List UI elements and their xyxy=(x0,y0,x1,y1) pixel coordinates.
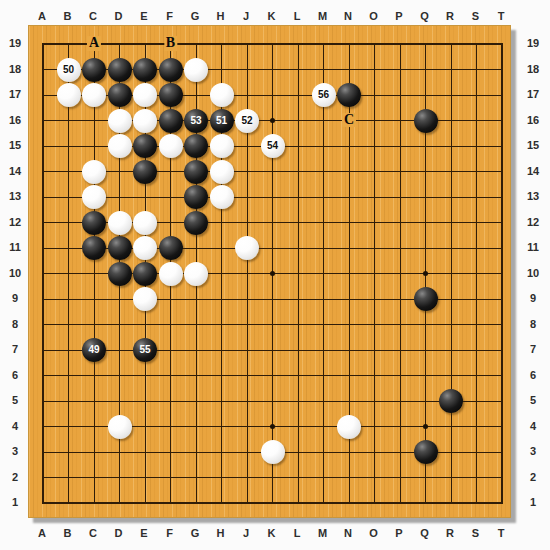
grid-line-horizontal xyxy=(42,375,503,376)
board-annotation-a: A xyxy=(87,36,101,51)
coord-label-left-2: 2 xyxy=(12,471,18,483)
stone-black-G12[interactable] xyxy=(184,211,208,235)
move-number: 49 xyxy=(88,345,99,355)
coord-label-right-7: 7 xyxy=(530,343,536,355)
coord-label-right-10: 10 xyxy=(527,267,539,279)
stone-black-Q3[interactable] xyxy=(414,440,438,464)
coord-label-left-4: 4 xyxy=(12,420,18,432)
coord-label-right-8: 8 xyxy=(530,318,536,330)
stone-black-G14[interactable] xyxy=(184,160,208,184)
move-number: 50 xyxy=(63,65,74,75)
coord-label-left-7: 7 xyxy=(12,343,18,355)
move-number: 53 xyxy=(190,116,201,126)
stone-black-D11[interactable] xyxy=(108,236,132,260)
coord-label-left-19: 19 xyxy=(9,37,21,49)
coord-label-left-11: 11 xyxy=(9,241,21,253)
coord-label-left-8: 8 xyxy=(12,318,18,330)
stone-white-C14[interactable] xyxy=(82,160,106,184)
coord-label-top-P: P xyxy=(395,10,402,22)
coord-label-right-14: 14 xyxy=(527,165,539,177)
stone-white-N4[interactable] xyxy=(337,415,361,439)
coord-label-bottom-H: H xyxy=(217,527,225,539)
star-point xyxy=(270,118,275,123)
stone-black-D10[interactable] xyxy=(108,262,132,286)
coord-label-bottom-K: K xyxy=(268,527,276,539)
grid-line-horizontal xyxy=(42,502,503,504)
star-point xyxy=(270,424,275,429)
stone-white-D12[interactable] xyxy=(108,211,132,235)
coord-label-right-5: 5 xyxy=(530,394,536,406)
coord-label-top-C: C xyxy=(89,10,97,22)
stone-white-D16[interactable] xyxy=(108,109,132,133)
stone-black-D17[interactable] xyxy=(108,83,132,107)
move-number: 52 xyxy=(241,116,252,126)
stone-black-H16[interactable]: 51 xyxy=(210,109,234,133)
stone-white-F15[interactable] xyxy=(159,134,183,158)
grid-line-horizontal xyxy=(42,324,503,325)
stone-black-Q9[interactable] xyxy=(414,287,438,311)
coord-label-top-S: S xyxy=(472,10,479,22)
stone-white-D4[interactable] xyxy=(108,415,132,439)
stone-black-G15[interactable] xyxy=(184,134,208,158)
stone-black-R5[interactable] xyxy=(439,389,463,413)
coord-label-right-18: 18 xyxy=(527,63,539,75)
stone-white-M17[interactable]: 56 xyxy=(312,83,336,107)
coord-label-bottom-A: A xyxy=(38,527,46,539)
stone-black-Q16[interactable] xyxy=(414,109,438,133)
stone-black-D18[interactable] xyxy=(108,58,132,82)
coord-label-left-9: 9 xyxy=(12,292,18,304)
stone-white-E11[interactable] xyxy=(133,236,157,260)
stone-white-C17[interactable] xyxy=(82,83,106,107)
coord-label-bottom-Q: Q xyxy=(420,527,429,539)
coord-label-top-J: J xyxy=(243,10,249,22)
coord-label-right-3: 3 xyxy=(530,445,536,457)
stone-white-H17[interactable] xyxy=(210,83,234,107)
star-point xyxy=(423,271,428,276)
coord-label-bottom-L: L xyxy=(294,527,301,539)
grid-line-vertical xyxy=(374,43,375,504)
move-number: 54 xyxy=(267,141,278,151)
coord-label-left-5: 5 xyxy=(12,394,18,406)
coord-label-right-19: 19 xyxy=(527,37,539,49)
stone-black-E18[interactable] xyxy=(133,58,157,82)
coord-label-left-15: 15 xyxy=(9,139,21,151)
coord-label-top-M: M xyxy=(318,10,327,22)
move-number: 56 xyxy=(318,90,329,100)
coord-label-right-12: 12 xyxy=(527,216,539,228)
coord-label-left-3: 3 xyxy=(12,445,18,457)
stone-white-B18[interactable]: 50 xyxy=(57,58,81,82)
coord-label-bottom-B: B xyxy=(64,527,72,539)
stone-white-K3[interactable] xyxy=(261,440,285,464)
grid-line-vertical xyxy=(298,43,299,504)
coord-label-top-G: G xyxy=(191,10,200,22)
stone-black-G13[interactable] xyxy=(184,185,208,209)
stone-white-F10[interactable] xyxy=(159,262,183,286)
coord-label-bottom-O: O xyxy=(369,527,378,539)
coord-label-bottom-E: E xyxy=(140,527,147,539)
coord-label-right-16: 16 xyxy=(527,114,539,126)
stone-white-H14[interactable] xyxy=(210,160,234,184)
coord-label-bottom-G: G xyxy=(191,527,200,539)
coord-label-bottom-C: C xyxy=(89,527,97,539)
grid-line-vertical xyxy=(323,43,324,504)
grid-line-vertical xyxy=(451,43,452,504)
star-point xyxy=(423,424,428,429)
stone-white-J11[interactable] xyxy=(235,236,259,260)
coord-label-top-D: D xyxy=(115,10,123,22)
coord-label-left-16: 16 xyxy=(9,114,21,126)
stone-white-H15[interactable] xyxy=(210,134,234,158)
coord-label-top-E: E xyxy=(140,10,147,22)
coord-label-top-Q: Q xyxy=(420,10,429,22)
stone-black-F16[interactable] xyxy=(159,109,183,133)
stone-white-K15[interactable]: 54 xyxy=(261,134,285,158)
coord-label-left-14: 14 xyxy=(9,165,21,177)
coord-label-bottom-F: F xyxy=(166,527,173,539)
page: ABC5351495550565254 AABBCCDDEEFFGGHHJJKK… xyxy=(0,0,550,550)
grid-line-vertical xyxy=(400,43,401,504)
grid-line-horizontal xyxy=(42,350,503,351)
stone-black-E10[interactable] xyxy=(133,262,157,286)
stone-white-G18[interactable] xyxy=(184,58,208,82)
stone-white-E17[interactable] xyxy=(133,83,157,107)
stone-white-J16[interactable]: 52 xyxy=(235,109,259,133)
grid-line-vertical xyxy=(501,43,503,504)
stone-white-E9[interactable] xyxy=(133,287,157,311)
coord-label-bottom-J: J xyxy=(243,527,249,539)
coord-label-top-F: F xyxy=(166,10,173,22)
stone-black-G16[interactable]: 53 xyxy=(184,109,208,133)
coord-label-right-4: 4 xyxy=(530,420,536,432)
grid-line-horizontal xyxy=(42,401,503,402)
move-number: 51 xyxy=(216,116,227,126)
stone-black-N17[interactable] xyxy=(337,83,361,107)
stone-white-E16[interactable] xyxy=(133,109,157,133)
stone-black-C18[interactable] xyxy=(82,58,106,82)
coord-label-right-17: 17 xyxy=(527,88,539,100)
coord-label-left-17: 17 xyxy=(9,88,21,100)
coord-label-left-18: 18 xyxy=(9,63,21,75)
stone-black-E15[interactable] xyxy=(133,134,157,158)
coord-label-right-9: 9 xyxy=(530,292,536,304)
coord-label-right-13: 13 xyxy=(527,190,539,202)
stone-black-C12[interactable] xyxy=(82,211,106,235)
coord-label-top-L: L xyxy=(294,10,301,22)
stone-white-G10[interactable] xyxy=(184,262,208,286)
coord-label-left-12: 12 xyxy=(9,216,21,228)
stone-black-F17[interactable] xyxy=(159,83,183,107)
coord-label-top-A: A xyxy=(38,10,46,22)
coord-label-bottom-M: M xyxy=(318,527,327,539)
coord-label-top-B: B xyxy=(64,10,72,22)
stone-white-H13[interactable] xyxy=(210,185,234,209)
stone-black-E7[interactable]: 55 xyxy=(133,338,157,362)
board-annotation-b: B xyxy=(164,36,177,51)
stone-black-C7[interactable]: 49 xyxy=(82,338,106,362)
coord-label-right-1: 1 xyxy=(530,496,536,508)
stone-white-C13[interactable] xyxy=(82,185,106,209)
stone-black-F11[interactable] xyxy=(159,236,183,260)
stone-black-F18[interactable] xyxy=(159,58,183,82)
stone-black-E14[interactable] xyxy=(133,160,157,184)
grid-line-vertical xyxy=(476,43,477,504)
coord-label-top-K: K xyxy=(268,10,276,22)
coord-label-right-2: 2 xyxy=(530,471,536,483)
coord-label-left-1: 1 xyxy=(12,496,18,508)
coord-label-right-11: 11 xyxy=(527,241,539,253)
go-board: ABC5351495550565254 xyxy=(28,25,511,518)
coord-label-bottom-R: R xyxy=(446,527,454,539)
coord-label-bottom-T: T xyxy=(498,527,505,539)
coord-label-top-O: O xyxy=(369,10,378,22)
star-point xyxy=(270,271,275,276)
stone-white-D15[interactable] xyxy=(108,134,132,158)
coord-label-bottom-S: S xyxy=(472,527,479,539)
coord-label-right-15: 15 xyxy=(527,139,539,151)
coord-label-bottom-N: N xyxy=(344,527,352,539)
grid-line-horizontal xyxy=(42,477,503,478)
coord-label-left-13: 13 xyxy=(9,190,21,202)
coord-label-top-H: H xyxy=(217,10,225,22)
coord-label-bottom-D: D xyxy=(115,527,123,539)
coord-label-left-10: 10 xyxy=(9,267,21,279)
stone-white-B17[interactable] xyxy=(57,83,81,107)
coord-label-top-R: R xyxy=(446,10,454,22)
coord-label-bottom-P: P xyxy=(395,527,402,539)
coord-label-top-T: T xyxy=(498,10,505,22)
stone-white-E12[interactable] xyxy=(133,211,157,235)
move-number: 55 xyxy=(139,345,150,355)
coord-label-top-N: N xyxy=(344,10,352,22)
coord-label-left-6: 6 xyxy=(12,369,18,381)
coord-label-right-6: 6 xyxy=(530,369,536,381)
board-annotation-c: C xyxy=(342,113,356,128)
stone-black-C11[interactable] xyxy=(82,236,106,260)
